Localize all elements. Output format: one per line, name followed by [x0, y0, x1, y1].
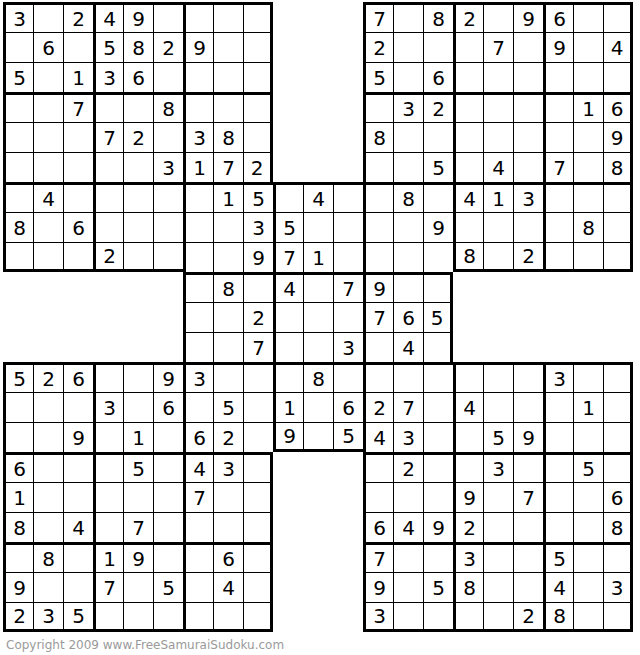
cell-r17-c20[interactable]: [573, 482, 603, 512]
cell-r9-c5[interactable]: [123, 242, 153, 272]
cell-r2-c21: 4: [603, 32, 633, 62]
cell-r7-c13[interactable]: [363, 182, 393, 212]
cell-r19-c3[interactable]: [63, 542, 93, 572]
cell-r5-c15[interactable]: [423, 122, 453, 152]
cell-r14-c17[interactable]: [483, 392, 513, 422]
cell-r3-c16[interactable]: [453, 62, 483, 92]
cell-r15-c20[interactable]: [573, 422, 603, 452]
cell-r11-c12[interactable]: [333, 302, 363, 332]
void-r12-c18: [513, 332, 543, 362]
cell-r8-c21[interactable]: [603, 212, 633, 242]
cell-r13-c17[interactable]: [483, 362, 513, 392]
cell-r14-c19[interactable]: [543, 392, 573, 422]
cell-r1-c5: 9: [123, 2, 153, 32]
cell-r18-c8[interactable]: [213, 512, 243, 542]
cell-r3-c9[interactable]: [243, 62, 273, 92]
cell-r15-c19[interactable]: [543, 422, 573, 452]
cell-r17-c14[interactable]: [393, 482, 423, 512]
cell-r1-c6[interactable]: [153, 2, 183, 32]
cell-r18-c17[interactable]: [483, 512, 513, 542]
cell-r1-c3: 2: [63, 2, 93, 32]
cell-r20-c5[interactable]: [123, 572, 153, 602]
cell-r17-c3[interactable]: [63, 482, 93, 512]
cell-r5-c6[interactable]: [153, 122, 183, 152]
cell-r15-c4[interactable]: [93, 422, 123, 452]
cell-r20-c20[interactable]: [573, 572, 603, 602]
cell-r18-c3: 4: [63, 512, 93, 542]
cell-r7-c6[interactable]: [153, 182, 183, 212]
cell-r21-c20[interactable]: [573, 602, 603, 632]
cell-r8-c12[interactable]: [333, 212, 363, 242]
cell-r17-c13[interactable]: [363, 482, 393, 512]
cell-r18-c2[interactable]: [33, 512, 63, 542]
cell-r15-c21[interactable]: [603, 422, 633, 452]
void-r10-c21: [603, 272, 633, 302]
cell-r18-c19[interactable]: [543, 512, 573, 542]
cell-r3-c19[interactable]: [543, 62, 573, 92]
cell-r3-c17[interactable]: [483, 62, 513, 92]
cell-r6-c5[interactable]: [123, 152, 153, 182]
cell-r2-c16[interactable]: [453, 32, 483, 62]
cell-r15-c7: 6: [183, 422, 213, 452]
cell-r16-c2[interactable]: [33, 452, 63, 482]
cell-r3-c14[interactable]: [393, 62, 423, 92]
cell-r8-c19[interactable]: [543, 212, 573, 242]
void-r11-c1: [3, 302, 33, 332]
cell-r8-c18[interactable]: [513, 212, 543, 242]
cell-r15-c6[interactable]: [153, 422, 183, 452]
cell-r9-c15[interactable]: [423, 242, 453, 272]
cell-r6-c21: 8: [603, 152, 633, 182]
cell-r9-c3[interactable]: [63, 242, 93, 272]
cell-r21-c13: 3: [363, 602, 393, 632]
cell-r15-c2[interactable]: [33, 422, 63, 452]
cell-r6-c18[interactable]: [513, 152, 543, 182]
void-r11-c21: [603, 302, 633, 332]
cell-r4-c7[interactable]: [183, 92, 213, 122]
void-r21-c12: [333, 602, 363, 632]
cell-r18-c4[interactable]: [93, 512, 123, 542]
cell-r13-c20[interactable]: [573, 362, 603, 392]
cell-r1-c14[interactable]: [393, 2, 423, 32]
cell-r15-c15[interactable]: [423, 422, 453, 452]
cell-r19-c9[interactable]: [243, 542, 273, 572]
cell-r7-c15[interactable]: [423, 182, 453, 212]
cell-r21-c5[interactable]: [123, 602, 153, 632]
cell-r3-c18[interactable]: [513, 62, 543, 92]
cell-r13-c21[interactable]: [603, 362, 633, 392]
cell-r13-c9[interactable]: [243, 362, 273, 392]
cell-r12-c10[interactable]: [273, 332, 303, 362]
void-r16-c11: [303, 452, 333, 482]
void-r18-c10: [273, 512, 303, 542]
cell-r8-c3: 6: [63, 212, 93, 242]
cell-r5-c19[interactable]: [543, 122, 573, 152]
cell-r16-c3[interactable]: [63, 452, 93, 482]
cell-r11-c7[interactable]: [183, 302, 213, 332]
cell-r4-c13[interactable]: [363, 92, 393, 122]
cell-r16-c6[interactable]: [153, 452, 183, 482]
cell-r5-c18[interactable]: [513, 122, 543, 152]
cell-r6-c2[interactable]: [33, 152, 63, 182]
cell-r15-c17: 5: [483, 422, 513, 452]
cell-r15-c13: 4: [363, 422, 393, 452]
cell-r4-c2[interactable]: [33, 92, 63, 122]
cell-r17-c15[interactable]: [423, 482, 453, 512]
cell-r21-c8[interactable]: [213, 602, 243, 632]
cell-r13-c12[interactable]: [333, 362, 363, 392]
cell-r8-c11[interactable]: [303, 212, 333, 242]
cell-r7-c12[interactable]: [333, 182, 363, 212]
cell-r2-c14[interactable]: [393, 32, 423, 62]
cell-r14-c7[interactable]: [183, 392, 213, 422]
cell-r20-c2[interactable]: [33, 572, 63, 602]
cell-r3-c7[interactable]: [183, 62, 213, 92]
cell-r19-c18[interactable]: [513, 542, 543, 572]
void-r21-c11: [303, 602, 333, 632]
cell-r8-c6[interactable]: [153, 212, 183, 242]
cell-r7-c18: 3: [513, 182, 543, 212]
cell-r12-c11[interactable]: [303, 332, 333, 362]
cell-r14-c9[interactable]: [243, 392, 273, 422]
void-r12-c2: [33, 332, 63, 362]
cell-r5-c20[interactable]: [573, 122, 603, 152]
cell-r7-c4[interactable]: [93, 182, 123, 212]
cell-r7-c19[interactable]: [543, 182, 573, 212]
cell-r8-c14[interactable]: [393, 212, 423, 242]
cell-r9-c6[interactable]: [153, 242, 183, 272]
cell-r14-c21[interactable]: [603, 392, 633, 422]
cell-r6-c3[interactable]: [63, 152, 93, 182]
cell-r16-c16[interactable]: [453, 452, 483, 482]
cell-r8-c13[interactable]: [363, 212, 393, 242]
cell-r21-c15[interactable]: [423, 602, 453, 632]
cell-r19-c16: 3: [453, 542, 483, 572]
cell-r4-c8[interactable]: [213, 92, 243, 122]
cell-r8-c8[interactable]: [213, 212, 243, 242]
cell-r17-c9[interactable]: [243, 482, 273, 512]
cell-r19-c21[interactable]: [603, 542, 633, 572]
cell-r21-c21[interactable]: [603, 602, 633, 632]
cell-r21-c6[interactable]: [153, 602, 183, 632]
cell-r18-c16: 2: [453, 512, 483, 542]
cell-r7-c5[interactable]: [123, 182, 153, 212]
cell-r10-c11[interactable]: [303, 272, 333, 302]
cell-r14-c5[interactable]: [123, 392, 153, 422]
cell-r4-c21: 6: [603, 92, 633, 122]
cell-r14-c18[interactable]: [513, 392, 543, 422]
cell-r9-c13[interactable]: [363, 242, 393, 272]
cell-r16-c9[interactable]: [243, 452, 273, 482]
cell-r1-c8[interactable]: [213, 2, 243, 32]
void-r16-c10: [273, 452, 303, 482]
void-r21-c10: [273, 602, 303, 632]
cell-r5-c1[interactable]: [3, 122, 33, 152]
cell-r19-c17[interactable]: [483, 542, 513, 572]
cell-r6-c1[interactable]: [3, 152, 33, 182]
cell-r12-c15[interactable]: [423, 332, 453, 362]
cell-r8-c7[interactable]: [183, 212, 213, 242]
void-r10-c20: [573, 272, 603, 302]
cell-r16-c21[interactable]: [603, 452, 633, 482]
cell-r14-c2[interactable]: [33, 392, 63, 422]
cell-r18-c13: 6: [363, 512, 393, 542]
cell-r4-c5[interactable]: [123, 92, 153, 122]
cell-r20-c3[interactable]: [63, 572, 93, 602]
cell-r5-c14[interactable]: [393, 122, 423, 152]
cell-r7-c2: 4: [33, 182, 63, 212]
cell-r11-c15: 5: [423, 302, 453, 332]
cell-r2-c18[interactable]: [513, 32, 543, 62]
cell-r14-c13: 2: [363, 392, 393, 422]
cell-r17-c6[interactable]: [153, 482, 183, 512]
cell-r13-c4[interactable]: [93, 362, 123, 392]
cell-r14-c12: 6: [333, 392, 363, 422]
cell-r1-c13: 7: [363, 2, 393, 32]
cell-r7-c21[interactable]: [603, 182, 633, 212]
cell-r13-c14[interactable]: [393, 362, 423, 392]
cell-r2-c9[interactable]: [243, 32, 273, 62]
void-r12-c20: [573, 332, 603, 362]
cell-r13-c15[interactable]: [423, 362, 453, 392]
cell-r2-c3[interactable]: [63, 32, 93, 62]
cell-r9-c9: 9: [243, 242, 273, 272]
cell-r21-c17[interactable]: [483, 602, 513, 632]
cell-r16-c19[interactable]: [543, 452, 573, 482]
cell-r11-c8[interactable]: [213, 302, 243, 332]
cell-r8-c4[interactable]: [93, 212, 123, 242]
cell-r17-c8[interactable]: [213, 482, 243, 512]
cell-r12-c14: 4: [393, 332, 423, 362]
cell-r21-c3: 5: [63, 602, 93, 632]
cell-r14-c11[interactable]: [303, 392, 333, 422]
cell-r4-c4[interactable]: [93, 92, 123, 122]
cell-r17-c5[interactable]: [123, 482, 153, 512]
cell-r21-c7[interactable]: [183, 602, 213, 632]
cell-r18-c6[interactable]: [153, 512, 183, 542]
cell-r17-c4[interactable]: [93, 482, 123, 512]
cell-r9-c2[interactable]: [33, 242, 63, 272]
cell-r20-c18[interactable]: [513, 572, 543, 602]
cell-r4-c20: 1: [573, 92, 603, 122]
cell-r19-c7[interactable]: [183, 542, 213, 572]
void-r4-c10: [273, 92, 303, 122]
copyright-text: Copyright 2009 www.FreeSamuraiSudoku.com: [6, 638, 640, 652]
cell-r9-c7[interactable]: [183, 242, 213, 272]
void-r11-c3: [63, 302, 93, 332]
cell-r3-c21[interactable]: [603, 62, 633, 92]
cell-r17-c19[interactable]: [543, 482, 573, 512]
cell-r10-c14[interactable]: [393, 272, 423, 302]
cell-r14-c4: 3: [93, 392, 123, 422]
cell-r20-c16: 8: [453, 572, 483, 602]
void-r5-c11: [303, 122, 333, 152]
cell-r15-c16[interactable]: [453, 422, 483, 452]
cell-r10-c15[interactable]: [423, 272, 453, 302]
cell-r20-c17[interactable]: [483, 572, 513, 602]
cell-r8-c10: 5: [273, 212, 303, 242]
cell-r13-c10[interactable]: [273, 362, 303, 392]
cell-r1-c7[interactable]: [183, 2, 213, 32]
cell-r18-c7[interactable]: [183, 512, 213, 542]
cell-r19-c14[interactable]: [393, 542, 423, 572]
cell-r14-c15[interactable]: [423, 392, 453, 422]
cell-r20-c14[interactable]: [393, 572, 423, 602]
cell-r6-c4[interactable]: [93, 152, 123, 182]
void-r2-c10: [273, 32, 303, 62]
cell-r13-c8[interactable]: [213, 362, 243, 392]
cell-r4-c19[interactable]: [543, 92, 573, 122]
cell-r3-c2[interactable]: [33, 62, 63, 92]
cell-r1-c21[interactable]: [603, 2, 633, 32]
cell-r18-c9[interactable]: [243, 512, 273, 542]
cell-r3-c6[interactable]: [153, 62, 183, 92]
cell-r4-c17[interactable]: [483, 92, 513, 122]
void-r3-c12: [333, 62, 363, 92]
cell-r8-c5[interactable]: [123, 212, 153, 242]
cell-r15-c1[interactable]: [3, 422, 33, 452]
cell-r10-c7[interactable]: [183, 272, 213, 302]
cell-r21-c4[interactable]: [93, 602, 123, 632]
cell-r9-c19[interactable]: [543, 242, 573, 272]
cell-r20-c7[interactable]: [183, 572, 213, 602]
cell-r21-c14[interactable]: [393, 602, 423, 632]
cell-r1-c20[interactable]: [573, 2, 603, 32]
cell-r13-c3: 6: [63, 362, 93, 392]
cell-r20-c15: 5: [423, 572, 453, 602]
cell-r9-c17[interactable]: [483, 242, 513, 272]
cell-r1-c9[interactable]: [243, 2, 273, 32]
cell-r4-c1[interactable]: [3, 92, 33, 122]
cell-r11-c10[interactable]: [273, 302, 303, 332]
void-r6-c12: [333, 152, 363, 182]
cell-r8-c16[interactable]: [453, 212, 483, 242]
cell-r19-c20[interactable]: [573, 542, 603, 572]
cell-r13-c13[interactable]: [363, 362, 393, 392]
cell-r7-c7[interactable]: [183, 182, 213, 212]
cell-r2-c19: 9: [543, 32, 573, 62]
cell-r6-c14[interactable]: [393, 152, 423, 182]
void-r12-c1: [3, 332, 33, 362]
cell-r18-c20[interactable]: [573, 512, 603, 542]
cell-r7-c14: 8: [393, 182, 423, 212]
cell-r21-c16[interactable]: [453, 602, 483, 632]
cell-r4-c3: 7: [63, 92, 93, 122]
cell-r5-c16[interactable]: [453, 122, 483, 152]
cell-r12-c7[interactable]: [183, 332, 213, 362]
cell-r6-c13[interactable]: [363, 152, 393, 182]
cell-r20-c4: 7: [93, 572, 123, 602]
cell-r18-c15: 9: [423, 512, 453, 542]
cell-r9-c14[interactable]: [393, 242, 423, 272]
cell-r11-c14: 6: [393, 302, 423, 332]
cell-r5-c2[interactable]: [33, 122, 63, 152]
cell-r3-c20[interactable]: [573, 62, 603, 92]
cell-r8-c17[interactable]: [483, 212, 513, 242]
cell-r13-c18[interactable]: [513, 362, 543, 392]
cell-r15-c18: 9: [513, 422, 543, 452]
void-r12-c5: [123, 332, 153, 362]
cell-r16-c4[interactable]: [93, 452, 123, 482]
cell-r8-c2[interactable]: [33, 212, 63, 242]
void-r20-c12: [333, 572, 363, 602]
cell-r15-c11[interactable]: [303, 422, 333, 452]
cell-r1-c1: 3: [3, 2, 33, 32]
cell-r3-c8[interactable]: [213, 62, 243, 92]
cell-r2-c8[interactable]: [213, 32, 243, 62]
cell-r5-c17[interactable]: [483, 122, 513, 152]
cell-r15-c9[interactable]: [243, 422, 273, 452]
cell-r1-c2[interactable]: [33, 2, 63, 32]
cell-r16-c8: 3: [213, 452, 243, 482]
cell-r14-c1[interactable]: [3, 392, 33, 422]
cell-r5-c9[interactable]: [243, 122, 273, 152]
cell-r4-c15: 2: [423, 92, 453, 122]
void-r12-c3: [63, 332, 93, 362]
cell-r4-c18[interactable]: [513, 92, 543, 122]
cell-r19-c6[interactable]: [153, 542, 183, 572]
cell-r13-c5[interactable]: [123, 362, 153, 392]
cell-r6-c16[interactable]: [453, 152, 483, 182]
cell-r7-c20[interactable]: [573, 182, 603, 212]
cell-r4-c16[interactable]: [453, 92, 483, 122]
cell-r13-c16[interactable]: [453, 362, 483, 392]
void-r4-c12: [333, 92, 363, 122]
void-r2-c12: [333, 32, 363, 62]
cell-r9-c20[interactable]: [573, 242, 603, 272]
cell-r1-c19: 6: [543, 2, 573, 32]
cell-r1-c17[interactable]: [483, 2, 513, 32]
cell-r4-c9[interactable]: [243, 92, 273, 122]
cell-r3-c13: 5: [363, 62, 393, 92]
cell-r16-c5: 5: [123, 452, 153, 482]
cell-r12-c8[interactable]: [213, 332, 243, 362]
void-r16-c12: [333, 452, 363, 482]
void-r19-c11: [303, 542, 333, 572]
void-r12-c16: [453, 332, 483, 362]
cell-r11-c11[interactable]: [303, 302, 333, 332]
cell-r17-c17[interactable]: [483, 482, 513, 512]
cell-r16-c17: 3: [483, 452, 513, 482]
cell-r18-c18[interactable]: [513, 512, 543, 542]
cell-r9-c21[interactable]: [603, 242, 633, 272]
cell-r17-c2[interactable]: [33, 482, 63, 512]
void-r4-c11: [303, 92, 333, 122]
cell-r2-c15[interactable]: [423, 32, 453, 62]
cell-r9-c1[interactable]: [3, 242, 33, 272]
cell-r7-c3[interactable]: [63, 182, 93, 212]
cell-r5-c3[interactable]: [63, 122, 93, 152]
cell-r16-c15[interactable]: [423, 452, 453, 482]
cell-r9-c12[interactable]: [333, 242, 363, 272]
cell-r19-c15[interactable]: [423, 542, 453, 572]
cell-r16-c18[interactable]: [513, 452, 543, 482]
cell-r2-c1[interactable]: [3, 32, 33, 62]
cell-r16-c13[interactable]: [363, 452, 393, 482]
cell-r14-c3[interactable]: [63, 392, 93, 422]
cell-r19-c1[interactable]: [3, 542, 33, 572]
cell-r9-c8[interactable]: [213, 242, 243, 272]
cell-r12-c13[interactable]: [363, 332, 393, 362]
cell-r6-c20[interactable]: [573, 152, 603, 182]
cell-r7-c10[interactable]: [273, 182, 303, 212]
cell-r10-c9[interactable]: [243, 272, 273, 302]
cell-r2-c20[interactable]: [573, 32, 603, 62]
cell-r20-c9[interactable]: [243, 572, 273, 602]
cell-r7-c1[interactable]: [3, 182, 33, 212]
cell-r21-c9[interactable]: [243, 602, 273, 632]
cell-r17-c7: 7: [183, 482, 213, 512]
